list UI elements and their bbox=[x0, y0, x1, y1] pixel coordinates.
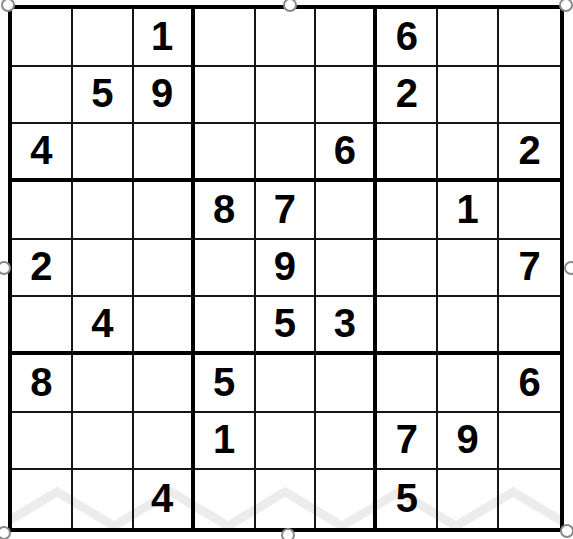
cell-r9c1[interactable] bbox=[12, 470, 73, 528]
given-digit: 7 bbox=[518, 246, 540, 286]
cell-r2c2[interactable]: 5 bbox=[73, 67, 134, 125]
cell-r1c4[interactable] bbox=[195, 9, 256, 67]
cell-r4c5[interactable]: 7 bbox=[256, 182, 317, 240]
cell-r6c8[interactable] bbox=[438, 297, 499, 355]
cell-r2c4[interactable] bbox=[195, 67, 256, 125]
given-digit: 1 bbox=[457, 189, 479, 229]
cell-r1c3[interactable]: 1 bbox=[134, 9, 195, 67]
cell-r4c9[interactable] bbox=[499, 182, 560, 240]
cell-r5c3[interactable] bbox=[134, 240, 195, 298]
sudoku-board: 1659246287129745385617945 bbox=[8, 5, 564, 532]
given-digit: 9 bbox=[274, 246, 296, 286]
cell-r6c6[interactable]: 3 bbox=[316, 297, 377, 355]
cell-r7c8[interactable] bbox=[438, 355, 499, 413]
cell-r3c1[interactable]: 4 bbox=[12, 124, 73, 182]
cell-r5c4[interactable] bbox=[195, 240, 256, 298]
cell-r4c6[interactable] bbox=[316, 182, 377, 240]
cell-r1c2[interactable] bbox=[73, 9, 134, 67]
resize-handle-middle-right-icon[interactable] bbox=[564, 261, 573, 275]
cell-r2c7[interactable]: 2 bbox=[377, 67, 438, 125]
cell-r7c5[interactable] bbox=[256, 355, 317, 413]
cell-r4c3[interactable] bbox=[134, 182, 195, 240]
resize-handle-top-right-icon[interactable] bbox=[559, 0, 573, 12]
given-digit: 9 bbox=[151, 73, 173, 113]
cell-r9c6[interactable] bbox=[316, 470, 377, 528]
cell-r2c3[interactable]: 9 bbox=[134, 67, 195, 125]
given-digit: 3 bbox=[334, 303, 356, 343]
cell-r2c6[interactable] bbox=[316, 67, 377, 125]
cell-r7c1[interactable]: 8 bbox=[12, 355, 73, 413]
cell-r9c5[interactable] bbox=[256, 470, 317, 528]
given-digit: 2 bbox=[30, 246, 52, 286]
given-digit: 6 bbox=[334, 130, 356, 170]
resize-handle-bottom-right-icon[interactable] bbox=[560, 524, 573, 538]
cell-r3c3[interactable] bbox=[134, 124, 195, 182]
given-digit: 5 bbox=[213, 362, 235, 402]
cell-r1c6[interactable] bbox=[316, 9, 377, 67]
cell-r7c6[interactable] bbox=[316, 355, 377, 413]
cell-r3c9[interactable]: 2 bbox=[499, 124, 560, 182]
cell-r9c3[interactable]: 4 bbox=[134, 470, 195, 528]
given-digit: 5 bbox=[91, 73, 113, 113]
cell-r4c2[interactable] bbox=[73, 182, 134, 240]
cell-r7c4[interactable]: 5 bbox=[195, 355, 256, 413]
cell-r1c1[interactable] bbox=[12, 9, 73, 67]
cell-r4c7[interactable] bbox=[377, 182, 438, 240]
cell-r3c8[interactable] bbox=[438, 124, 499, 182]
cell-r5c8[interactable] bbox=[438, 240, 499, 298]
cell-r3c7[interactable] bbox=[377, 124, 438, 182]
given-digit: 8 bbox=[30, 362, 52, 402]
cell-r3c2[interactable] bbox=[73, 124, 134, 182]
cell-r9c8[interactable] bbox=[438, 470, 499, 528]
cell-r8c6[interactable] bbox=[316, 413, 377, 471]
given-digit: 6 bbox=[396, 16, 418, 56]
resize-handle-bottom-center-icon[interactable] bbox=[281, 528, 295, 539]
cell-r8c7[interactable]: 7 bbox=[377, 413, 438, 471]
given-digit: 5 bbox=[396, 478, 418, 518]
given-digit: 5 bbox=[274, 303, 296, 343]
cell-r8c8[interactable]: 9 bbox=[438, 413, 499, 471]
cell-r9c4[interactable] bbox=[195, 470, 256, 528]
cell-r8c3[interactable] bbox=[134, 413, 195, 471]
cell-r2c1[interactable] bbox=[12, 67, 73, 125]
cell-r3c6[interactable]: 6 bbox=[316, 124, 377, 182]
sudoku-cells: 1659246287129745385617945 bbox=[12, 9, 560, 528]
cell-r5c6[interactable] bbox=[316, 240, 377, 298]
cell-r2c5[interactable] bbox=[256, 67, 317, 125]
given-digit: 1 bbox=[213, 419, 235, 459]
cell-r6c2[interactable]: 4 bbox=[73, 297, 134, 355]
cell-r6c4[interactable] bbox=[195, 297, 256, 355]
given-digit: 1 bbox=[151, 16, 173, 56]
cell-r3c4[interactable] bbox=[195, 124, 256, 182]
given-digit: 4 bbox=[151, 478, 173, 518]
cell-r8c2[interactable] bbox=[73, 413, 134, 471]
cell-r6c9[interactable] bbox=[499, 297, 560, 355]
cell-r5c7[interactable] bbox=[377, 240, 438, 298]
cell-r1c8[interactable] bbox=[438, 9, 499, 67]
cell-r8c4[interactable]: 1 bbox=[195, 413, 256, 471]
cell-r6c3[interactable] bbox=[134, 297, 195, 355]
cell-r3c5[interactable] bbox=[256, 124, 317, 182]
given-digit: 7 bbox=[274, 189, 296, 229]
given-digit: 2 bbox=[518, 130, 540, 170]
given-digit: 4 bbox=[30, 130, 52, 170]
given-digit: 6 bbox=[518, 362, 540, 402]
cell-r8c9[interactable] bbox=[499, 413, 560, 471]
cell-r5c5[interactable]: 9 bbox=[256, 240, 317, 298]
cell-r8c5[interactable] bbox=[256, 413, 317, 471]
resize-handle-bottom-left-icon[interactable] bbox=[0, 526, 11, 539]
cell-r9c9[interactable] bbox=[499, 470, 560, 528]
cell-r9c7[interactable]: 5 bbox=[377, 470, 438, 528]
cell-r5c9[interactable]: 7 bbox=[499, 240, 560, 298]
cell-r6c5[interactable]: 5 bbox=[256, 297, 317, 355]
cell-r7c3[interactable] bbox=[134, 355, 195, 413]
cell-r8c1[interactable] bbox=[12, 413, 73, 471]
given-digit: 9 bbox=[457, 419, 479, 459]
given-digit: 7 bbox=[396, 419, 418, 459]
cell-r5c1[interactable]: 2 bbox=[12, 240, 73, 298]
given-digit: 2 bbox=[396, 73, 418, 113]
cell-r1c5[interactable] bbox=[256, 9, 317, 67]
cell-r4c1[interactable] bbox=[12, 182, 73, 240]
cell-r7c7[interactable] bbox=[377, 355, 438, 413]
cell-r4c4[interactable]: 8 bbox=[195, 182, 256, 240]
document-canvas: 1659246287129745385617945 bbox=[0, 0, 573, 539]
cell-r6c7[interactable] bbox=[377, 297, 438, 355]
cell-r9c2[interactable] bbox=[73, 470, 134, 528]
cell-r6c1[interactable] bbox=[12, 297, 73, 355]
given-digit: 4 bbox=[91, 303, 113, 343]
cell-r4c8[interactable]: 1 bbox=[438, 182, 499, 240]
cell-r7c9[interactable]: 6 bbox=[499, 355, 560, 413]
cell-r7c2[interactable] bbox=[73, 355, 134, 413]
cell-r2c8[interactable] bbox=[438, 67, 499, 125]
cell-r2c9[interactable] bbox=[499, 67, 560, 125]
given-digit: 8 bbox=[213, 189, 235, 229]
cell-r1c7[interactable]: 6 bbox=[377, 9, 438, 67]
cell-r5c2[interactable] bbox=[73, 240, 134, 298]
cell-r1c9[interactable] bbox=[499, 9, 560, 67]
